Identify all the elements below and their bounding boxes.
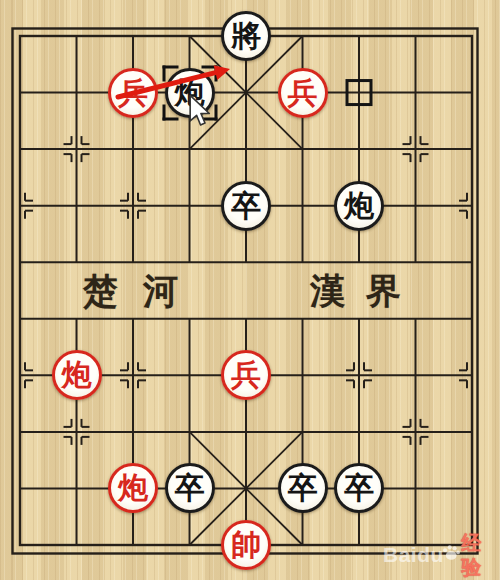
piece-black-general[interactable]: 將	[221, 11, 271, 61]
piece-red-soldier[interactable]: 兵	[278, 68, 328, 118]
piece-red-soldier[interactable]: 兵	[221, 350, 271, 400]
cell-f6r2: 兵	[274, 64, 331, 121]
cell-f4r9: 卒	[161, 460, 218, 517]
piece-black-soldier[interactable]: 卒	[334, 463, 384, 513]
cell-f2r7: 炮	[48, 347, 105, 404]
xiangqi-board-screenshot: 楚 河 漢 界 將炮兵兵卒炮炮兵炮卒卒卒帥 Baidu 经验	[0, 0, 500, 580]
piece-black-cannon[interactable]: 炮	[334, 181, 384, 231]
cell-f3r2: 兵	[105, 64, 162, 121]
piece-red-cannon[interactable]: 炮	[108, 463, 158, 513]
cell-f7r9: 卒	[331, 460, 388, 517]
pieces-grid: 將炮兵兵卒炮炮兵炮卒卒卒帥	[0, 8, 500, 573]
piece-red-cannon[interactable]: 炮	[52, 350, 102, 400]
cell-f5r7: 兵	[218, 347, 275, 404]
piece-red-soldier[interactable]: 兵	[108, 68, 158, 118]
cell-f5r10: 帥	[218, 517, 275, 574]
paw-icon	[442, 544, 460, 561]
watermark-brand: Baidu	[383, 543, 444, 567]
mouse-cursor-icon	[189, 94, 211, 128]
watermark-brand-suffix: 经验	[461, 531, 500, 579]
piece-red-general[interactable]: 帥	[221, 520, 271, 570]
cell-f3r9: 炮	[105, 460, 162, 517]
piece-black-soldier[interactable]: 卒	[165, 463, 215, 513]
watermark-baidu-jingyan: Baidu 经验 jingyan.baidu.com	[383, 531, 500, 580]
cell-f7r4: 炮	[331, 177, 388, 234]
piece-black-soldier[interactable]: 卒	[221, 181, 271, 231]
piece-black-soldier[interactable]: 卒	[278, 463, 328, 513]
cell-f5r4: 卒	[218, 177, 275, 234]
cell-f5r1: 將	[218, 8, 275, 65]
cell-f6r9: 卒	[274, 460, 331, 517]
